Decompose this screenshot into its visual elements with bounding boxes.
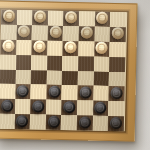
square-r4c6 xyxy=(78,56,94,71)
dark-checker-piece: ⛂ xyxy=(79,116,91,128)
square-r4c3 xyxy=(31,55,47,70)
square-r2c1 xyxy=(1,25,17,40)
square-r5c2 xyxy=(15,70,31,85)
checker-glyph: ⛂ xyxy=(34,102,42,111)
checker-glyph: ⛂ xyxy=(50,87,58,96)
checker-glyph: ⛀ xyxy=(4,41,12,50)
square-r7c8 xyxy=(108,101,124,116)
checker-glyph: ⛂ xyxy=(112,118,120,127)
dark-checker-piece: ⛂ xyxy=(47,115,59,127)
light-checker-piece: ⛀ xyxy=(2,40,14,52)
dark-checker-piece: ⛂ xyxy=(94,101,106,113)
light-checker-piece: ⛀ xyxy=(65,11,77,23)
square-r6c7 xyxy=(93,86,109,101)
light-checker-piece: ⛀ xyxy=(34,11,46,23)
checker-glyph: ⛀ xyxy=(36,42,44,51)
square-r1c6 xyxy=(79,11,95,26)
square-r8c3 xyxy=(30,115,46,130)
square-r6c2: ⛂ xyxy=(15,84,31,99)
square-r2c8: ⛀ xyxy=(110,27,126,42)
square-r3c5: ⛀ xyxy=(63,41,79,56)
photo-background: ⛀⛀⛀⛀⛀⛀⛀⛀⛀⛀⛀⛀⛂⛂⛂⛂⛂⛂⛂⛂⛂⛂⛂⛂ xyxy=(0,0,150,150)
light-checker-piece: ⛀ xyxy=(96,42,108,54)
square-r1c8 xyxy=(110,12,126,27)
checker-glyph: ⛂ xyxy=(81,88,89,97)
light-checker-piece: ⛀ xyxy=(49,26,61,38)
checker-glyph: ⛀ xyxy=(20,27,28,36)
square-r8c5 xyxy=(61,115,77,130)
square-r2c2: ⛀ xyxy=(16,25,32,40)
dark-checker-piece: ⛂ xyxy=(17,85,29,97)
light-checker-piece: ⛀ xyxy=(112,27,124,39)
square-r1c5: ⛀ xyxy=(63,11,79,26)
square-r4c8 xyxy=(109,57,125,72)
square-r6c1 xyxy=(0,84,15,99)
light-checker-piece: ⛀ xyxy=(96,12,108,24)
checker-glyph: ⛂ xyxy=(19,86,27,95)
checker-glyph: ⛀ xyxy=(67,43,75,52)
light-checker-piece: ⛀ xyxy=(18,25,30,37)
square-r2c6: ⛀ xyxy=(79,26,95,41)
square-r4c2 xyxy=(16,55,32,70)
square-r7c5: ⛂ xyxy=(61,100,77,115)
checker-glyph: ⛀ xyxy=(114,29,122,38)
light-checker-piece: ⛀ xyxy=(33,41,45,53)
square-r7c2 xyxy=(15,99,31,114)
square-r1c4 xyxy=(48,11,64,26)
square-r1c3: ⛀ xyxy=(32,10,48,25)
square-r8c7 xyxy=(92,116,108,131)
checker-glyph: ⛂ xyxy=(18,116,26,125)
square-r2c3 xyxy=(32,25,48,40)
checker-glyph: ⛀ xyxy=(99,14,107,23)
square-r1c2 xyxy=(17,10,33,25)
square-r4c4 xyxy=(47,55,63,70)
square-r3c8 xyxy=(109,42,125,57)
square-r5c3 xyxy=(31,70,47,85)
checker-glyph: ⛂ xyxy=(97,103,105,112)
square-r7c4 xyxy=(46,100,62,115)
square-r3c1: ⛀ xyxy=(0,39,16,54)
dark-checker-piece: ⛂ xyxy=(16,115,28,127)
square-r1c1: ⛀ xyxy=(1,10,17,25)
square-r7c1: ⛂ xyxy=(0,99,15,114)
square-r6c8: ⛂ xyxy=(109,86,125,101)
checker-glyph: ⛀ xyxy=(5,12,13,21)
square-r6c6: ⛂ xyxy=(77,86,93,101)
square-r4c5 xyxy=(62,56,78,71)
square-r5c1 xyxy=(0,69,16,84)
square-r5c5 xyxy=(62,71,78,86)
dark-checker-piece: ⛂ xyxy=(1,99,13,111)
checkers-board: ⛀⛀⛀⛀⛀⛀⛀⛀⛀⛀⛀⛀⛂⛂⛂⛂⛂⛂⛂⛂⛂⛂⛂⛂ xyxy=(0,1,137,142)
dark-checker-piece: ⛂ xyxy=(48,86,60,98)
square-r5c7 xyxy=(93,71,109,86)
square-r4c7 xyxy=(94,56,110,71)
square-r8c1 xyxy=(0,114,15,129)
square-r6c4: ⛂ xyxy=(46,85,62,100)
checker-glyph: ⛀ xyxy=(36,12,44,21)
dark-checker-piece: ⛂ xyxy=(110,117,122,129)
square-r8c2: ⛂ xyxy=(14,114,30,129)
square-r4c1 xyxy=(0,54,16,69)
square-r7c3: ⛂ xyxy=(30,100,46,115)
checker-glyph: ⛀ xyxy=(67,13,75,22)
checker-glyph: ⛀ xyxy=(98,43,106,52)
square-r8c6: ⛂ xyxy=(77,115,93,130)
square-r1c7: ⛀ xyxy=(95,12,111,27)
square-r3c6 xyxy=(78,41,94,56)
checker-glyph: ⛀ xyxy=(52,28,60,37)
checker-glyph: ⛂ xyxy=(66,102,74,111)
board-grid: ⛀⛀⛀⛀⛀⛀⛀⛀⛀⛀⛀⛀⛂⛂⛂⛂⛂⛂⛂⛂⛂⛂⛂⛂ xyxy=(0,10,127,132)
checker-glyph: ⛂ xyxy=(3,101,11,110)
checker-glyph: ⛀ xyxy=(83,28,91,37)
checker-glyph: ⛂ xyxy=(50,117,58,126)
checker-glyph: ⛂ xyxy=(81,118,89,127)
dark-checker-piece: ⛂ xyxy=(110,87,122,99)
light-checker-piece: ⛀ xyxy=(3,10,15,22)
dark-checker-piece: ⛂ xyxy=(79,86,91,98)
dark-checker-piece: ⛂ xyxy=(32,100,44,112)
square-r8c8: ⛂ xyxy=(108,116,124,131)
square-r3c2 xyxy=(16,40,32,55)
light-checker-piece: ⛀ xyxy=(80,27,92,39)
square-r2c5 xyxy=(63,26,79,41)
light-checker-piece: ⛀ xyxy=(65,41,77,53)
square-r5c4 xyxy=(46,70,62,85)
square-r2c7 xyxy=(94,26,110,41)
square-r5c8 xyxy=(109,71,125,86)
square-r8c4: ⛂ xyxy=(46,115,62,130)
square-r3c4 xyxy=(47,40,63,55)
square-r3c7: ⛀ xyxy=(94,41,110,56)
square-r7c6 xyxy=(77,101,93,116)
square-r3c3: ⛀ xyxy=(32,40,48,55)
square-r5c6 xyxy=(78,71,94,86)
checker-glyph: ⛂ xyxy=(113,88,121,97)
square-r6c3 xyxy=(31,85,47,100)
square-r7c7: ⛂ xyxy=(93,101,109,116)
square-r2c4: ⛀ xyxy=(47,26,63,41)
square-r6c5 xyxy=(62,85,78,100)
dark-checker-piece: ⛂ xyxy=(63,101,75,113)
